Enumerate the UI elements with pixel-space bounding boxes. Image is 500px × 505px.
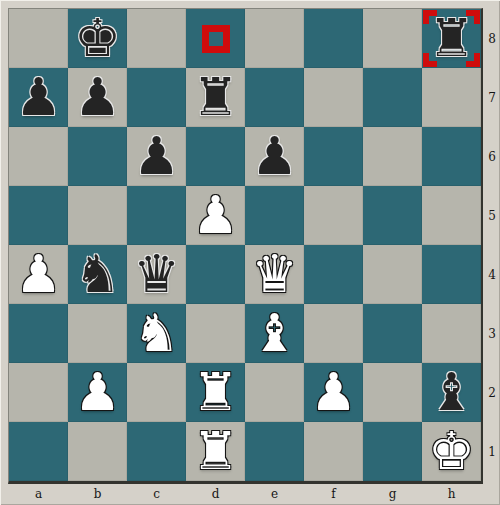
square-h7[interactable] (422, 68, 481, 127)
square-e4[interactable]: ♛ (245, 245, 304, 304)
piece-black-pawn-e6[interactable]: ♟ (245, 127, 304, 186)
rank-label-4: 4 (485, 268, 499, 282)
file-label-b: b (68, 487, 127, 501)
piece-black-bishop-h2[interactable]: ♝ (422, 363, 481, 422)
rank-label-6: 6 (485, 150, 499, 164)
square-d6[interactable] (186, 127, 245, 186)
chess-board: ♚♜♟♟♜♟♟♟♟♞♛♛♞♝♟♜♟♝♜♚ (8, 8, 483, 484)
piece-black-knight-b4[interactable]: ♞ (68, 245, 127, 304)
piece-black-king-b8[interactable]: ♚ (68, 9, 127, 68)
square-c5[interactable] (127, 186, 186, 245)
rank-label-3: 3 (485, 327, 499, 341)
square-d2[interactable]: ♜ (186, 363, 245, 422)
square-b1[interactable] (68, 422, 127, 481)
square-h4[interactable] (422, 245, 481, 304)
piece-black-queen-c4[interactable]: ♛ (127, 245, 186, 304)
square-g7[interactable] (363, 68, 422, 127)
square-g2[interactable] (363, 363, 422, 422)
square-h1[interactable]: ♚ (422, 422, 481, 481)
piece-white-queen-e4[interactable]: ♛ (245, 245, 304, 304)
square-g8[interactable] (363, 9, 422, 68)
square-d8[interactable] (186, 9, 245, 68)
piece-black-pawn-c6[interactable]: ♟ (127, 127, 186, 186)
square-f7[interactable] (304, 68, 363, 127)
square-a8[interactable] (9, 9, 68, 68)
piece-white-pawn-a4[interactable]: ♟ (9, 245, 68, 304)
square-g5[interactable] (363, 186, 422, 245)
square-e7[interactable] (245, 68, 304, 127)
square-d4[interactable] (186, 245, 245, 304)
square-e6[interactable]: ♟ (245, 127, 304, 186)
square-h2[interactable]: ♝ (422, 363, 481, 422)
chess-app-window: { "game": "chess", "position": { "fen": … (0, 0, 500, 505)
piece-white-pawn-b2[interactable]: ♟ (68, 363, 127, 422)
square-g4[interactable] (363, 245, 422, 304)
piece-white-rook-d2[interactable]: ♜ (186, 363, 245, 422)
square-f2[interactable]: ♟ (304, 363, 363, 422)
piece-white-pawn-f2[interactable]: ♟ (304, 363, 363, 422)
square-g6[interactable] (363, 127, 422, 186)
square-c7[interactable] (127, 68, 186, 127)
square-f4[interactable] (304, 245, 363, 304)
square-a2[interactable] (9, 363, 68, 422)
square-f5[interactable] (304, 186, 363, 245)
file-label-f: f (304, 487, 363, 501)
file-label-a: a (9, 487, 68, 501)
file-label-e: e (245, 487, 304, 501)
file-label-g: g (363, 487, 422, 501)
square-a3[interactable] (9, 304, 68, 363)
square-d1[interactable]: ♜ (186, 422, 245, 481)
square-b8[interactable]: ♚ (68, 9, 127, 68)
square-f1[interactable] (304, 422, 363, 481)
piece-black-pawn-b7[interactable]: ♟ (68, 68, 127, 127)
square-d7[interactable]: ♜ (186, 68, 245, 127)
square-a6[interactable] (9, 127, 68, 186)
square-b4[interactable]: ♞ (68, 245, 127, 304)
rank-label-8: 8 (485, 32, 499, 46)
square-f3[interactable] (304, 304, 363, 363)
square-b2[interactable]: ♟ (68, 363, 127, 422)
square-a1[interactable] (9, 422, 68, 481)
last-move-destination-corner-tl (423, 10, 437, 24)
file-label-h: h (422, 487, 481, 501)
square-e1[interactable] (245, 422, 304, 481)
square-h8[interactable]: ♜ (422, 9, 481, 68)
square-g1[interactable] (363, 422, 422, 481)
square-a7[interactable]: ♟ (9, 68, 68, 127)
square-b6[interactable] (68, 127, 127, 186)
piece-white-rook-d1[interactable]: ♜ (186, 422, 245, 481)
square-c6[interactable]: ♟ (127, 127, 186, 186)
piece-white-pawn-d5[interactable]: ♟ (186, 186, 245, 245)
square-h6[interactable] (422, 127, 481, 186)
square-e5[interactable] (245, 186, 304, 245)
square-g3[interactable] (363, 304, 422, 363)
piece-black-rook-d7[interactable]: ♜ (186, 68, 245, 127)
last-move-origin-marker (202, 25, 230, 53)
square-c1[interactable] (127, 422, 186, 481)
square-a5[interactable] (9, 186, 68, 245)
file-label-d: d (186, 487, 245, 501)
square-c2[interactable] (127, 363, 186, 422)
square-f6[interactable] (304, 127, 363, 186)
rank-labels: 87654321 (485, 9, 499, 481)
square-h5[interactable] (422, 186, 481, 245)
square-h3[interactable] (422, 304, 481, 363)
square-c3[interactable]: ♞ (127, 304, 186, 363)
last-move-destination-corner-bl (423, 53, 437, 67)
square-e3[interactable]: ♝ (245, 304, 304, 363)
piece-black-pawn-a7[interactable]: ♟ (9, 68, 68, 127)
square-c8[interactable] (127, 9, 186, 68)
last-move-destination-corner-br (466, 53, 480, 67)
piece-white-king-h1[interactable]: ♚ (422, 422, 481, 481)
square-e8[interactable] (245, 9, 304, 68)
rank-label-2: 2 (485, 386, 499, 400)
square-d3[interactable] (186, 304, 245, 363)
piece-white-knight-c3[interactable]: ♞ (127, 304, 186, 363)
square-f8[interactable] (304, 9, 363, 68)
square-b5[interactable] (68, 186, 127, 245)
rank-label-5: 5 (485, 209, 499, 223)
square-e2[interactable] (245, 363, 304, 422)
square-a4[interactable]: ♟ (9, 245, 68, 304)
square-b3[interactable] (68, 304, 127, 363)
square-b7[interactable]: ♟ (68, 68, 127, 127)
rank-label-1: 1 (485, 445, 499, 459)
piece-white-bishop-e3[interactable]: ♝ (245, 304, 304, 363)
rank-label-7: 7 (485, 91, 499, 105)
file-label-c: c (127, 487, 186, 501)
square-d5[interactable]: ♟ (186, 186, 245, 245)
square-c4[interactable]: ♛ (127, 245, 186, 304)
last-move-destination-corner-tr (466, 10, 480, 24)
file-labels: abcdefgh (9, 487, 481, 501)
